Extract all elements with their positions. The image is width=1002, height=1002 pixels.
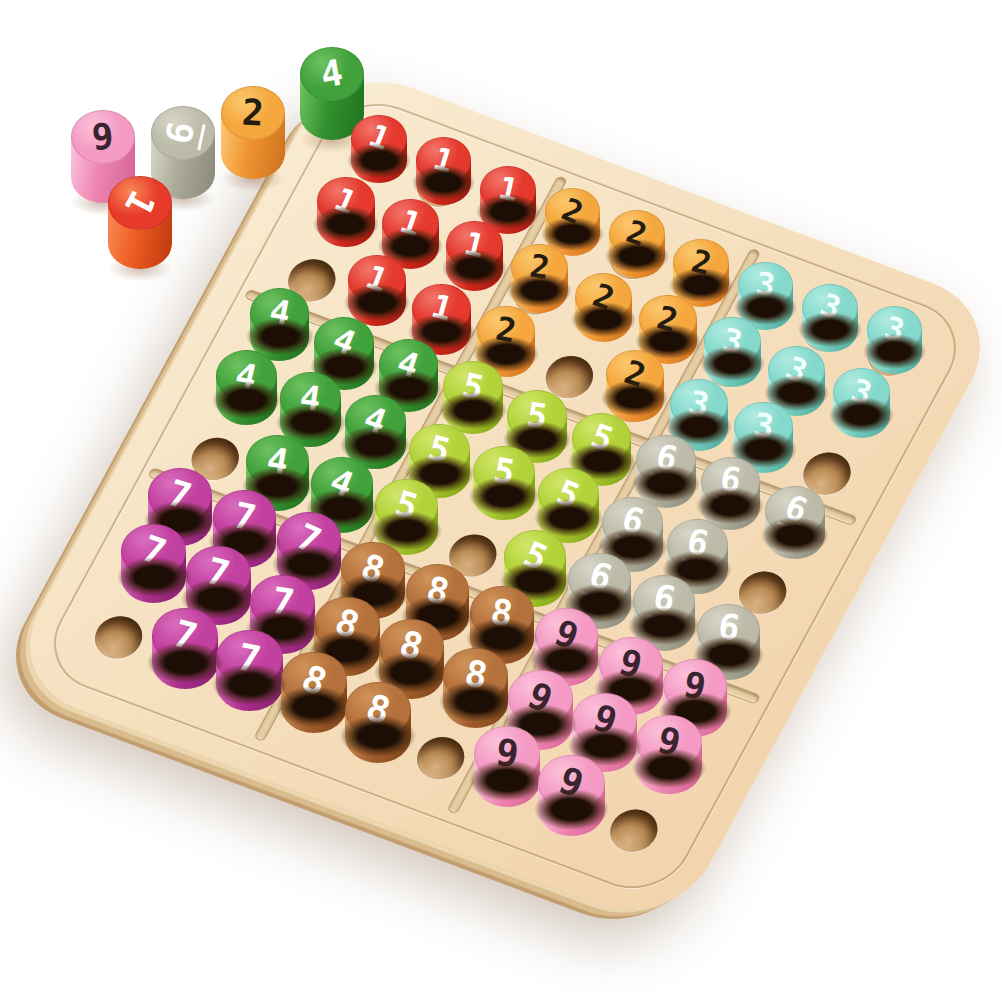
- peg-socket-shadow: [571, 302, 636, 337]
- peg-top-face: 9: [71, 110, 135, 164]
- peg-number: 2: [241, 94, 265, 131]
- peg-socket-shadow: [863, 334, 927, 369]
- peg-socket-shadow: [442, 250, 507, 285]
- peg-socket-shadow: [212, 664, 288, 705]
- peg-socket-shadow: [412, 165, 476, 200]
- peg-socket-shadow: [313, 206, 378, 241]
- peg-top-face: 1: [108, 176, 172, 230]
- peg-socket-shadow: [534, 789, 610, 830]
- peg-socket-shadow: [344, 284, 411, 320]
- scene: 1112223331112223331122334445556664445556…: [0, 0, 1002, 1002]
- peg-socket-shadow: [276, 686, 352, 727]
- peg-top-face: 2: [221, 86, 285, 140]
- pegs-layer: 1112223331112223331122334445556664445556…: [0, 0, 1002, 1002]
- peg-top-face: 6: [151, 106, 215, 160]
- peg-socket-shadow: [347, 143, 411, 178]
- peg-1-loose5[interactable]: 1: [108, 176, 172, 268]
- peg-number: 1: [119, 185, 161, 221]
- peg-2-loose3[interactable]: 2: [221, 86, 285, 178]
- peg-socket-shadow: [605, 239, 669, 274]
- peg-socket-shadow: [601, 380, 668, 416]
- peg-socket-shadow: [507, 273, 572, 308]
- peg-socket-shadow: [829, 397, 894, 432]
- peg-socket-shadow: [798, 312, 862, 347]
- peg-socket-shadow: [340, 715, 416, 756]
- peg-socket-shadow: [117, 557, 191, 597]
- peg-number: 9: [91, 118, 116, 156]
- peg-top-face: 4: [300, 47, 364, 101]
- peg-socket-shadow: [761, 517, 829, 554]
- peg-socket-shadow: [147, 642, 223, 683]
- peg-socket-shadow: [632, 748, 706, 788]
- peg-number: 4: [318, 54, 345, 93]
- peg-socket-shadow: [469, 477, 539, 515]
- peg-socket-shadow: [469, 760, 545, 801]
- peg-number: 6: [160, 116, 205, 150]
- peg-socket-shadow: [439, 681, 513, 721]
